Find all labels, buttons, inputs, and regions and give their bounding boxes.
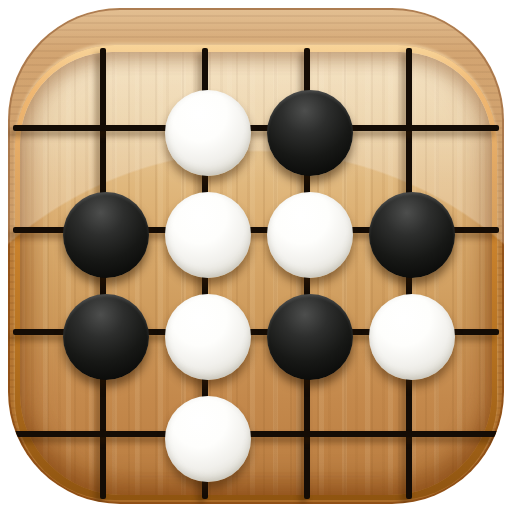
- stone-white-c3r2: [369, 294, 455, 380]
- stone-black-c2r0: [267, 90, 353, 176]
- stone-white-c2r1: [267, 192, 353, 278]
- stone-white-c1r2: [165, 294, 251, 380]
- stone-white-c1r0: [165, 90, 251, 176]
- stone-black-c3r1: [369, 192, 455, 278]
- stone-white-c1r1: [165, 192, 251, 278]
- stone-white-c1r3: [165, 396, 251, 482]
- board-grid-layer: [8, 8, 504, 504]
- stone-black-c2r2: [267, 294, 353, 380]
- screenshot-canvas: [0, 0, 512, 512]
- stone-black-c0r1: [63, 192, 149, 278]
- stone-black-c0r2: [63, 294, 149, 380]
- grid-horizontal-line-4: [13, 431, 499, 437]
- gomoku-app-icon[interactable]: [8, 8, 504, 504]
- grid-horizontal-line-1: [13, 125, 499, 131]
